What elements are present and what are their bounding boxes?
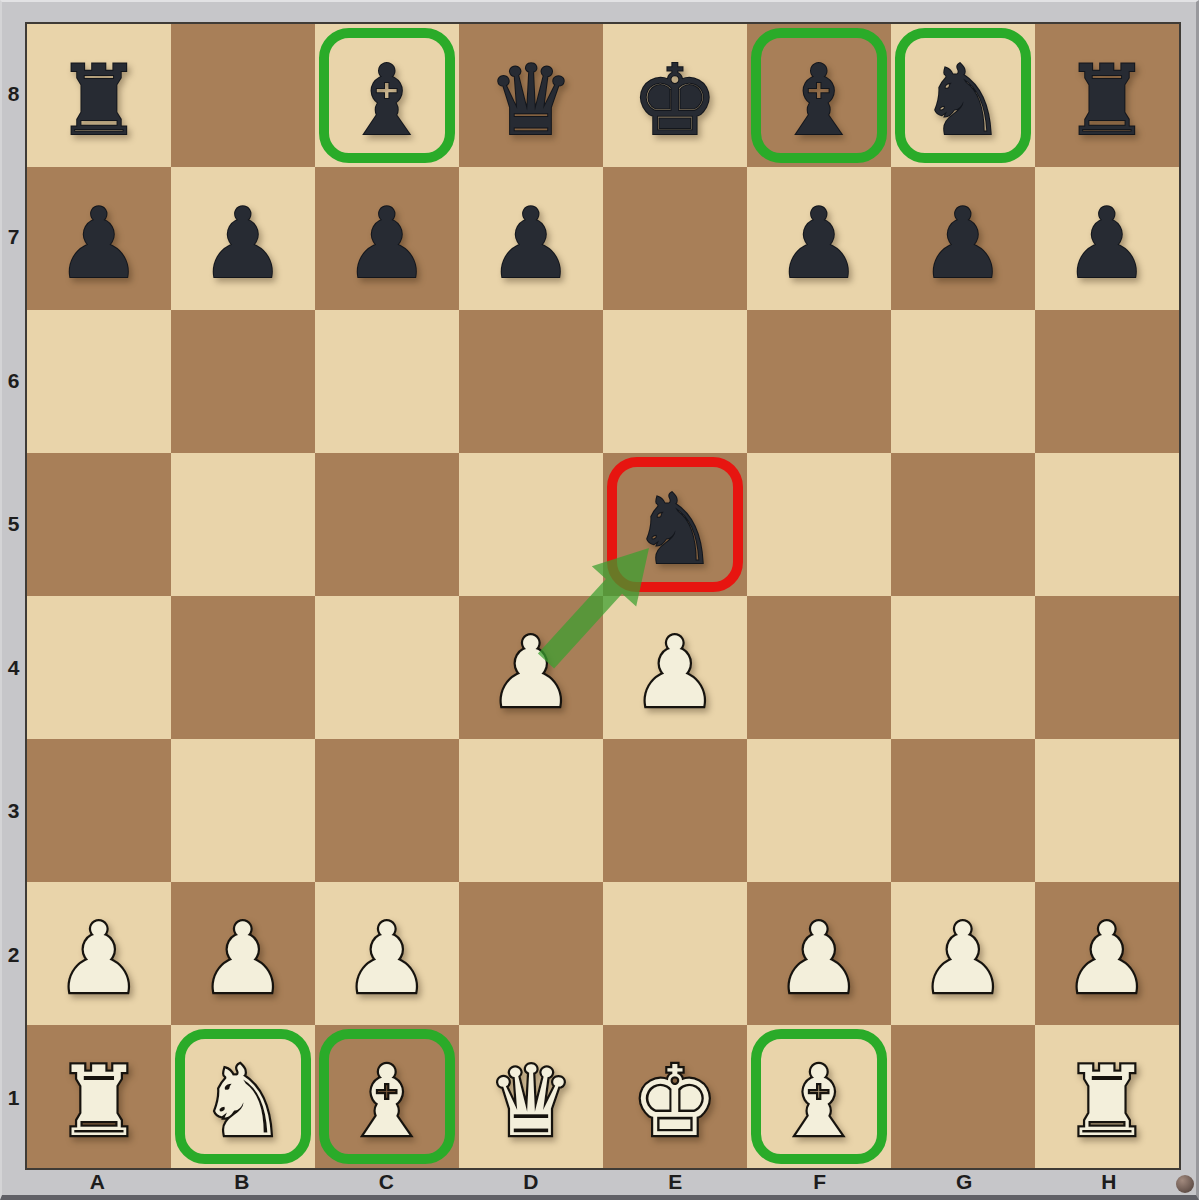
svg-text:♜: ♜ [56,1045,143,1158]
square-f5[interactable] [747,453,891,596]
black-pawn[interactable]: ♟ [1035,167,1179,310]
square-e8[interactable]: ♚ [603,24,747,167]
square-f6[interactable] [747,310,891,453]
black-pawn[interactable]: ♟ [891,167,1035,310]
white-pawn[interactable]: ♟ [459,596,603,739]
square-c4[interactable] [315,596,459,739]
square-f3[interactable] [747,739,891,882]
square-a5[interactable] [27,453,171,596]
square-h1[interactable]: ♜ [1035,1025,1179,1168]
square-d7[interactable]: ♟ [459,167,603,310]
square-h4[interactable] [1035,596,1179,739]
chess-board[interactable]: ♜♝♛♚♝♞♜♟♟♟♟♟♟♟♞♟♟♟♟♟♟♟♟♜♞♝♛♚♝♜ [25,22,1181,1170]
square-g8[interactable]: ♞ [891,24,1035,167]
svg-text:♟: ♟ [1064,902,1151,1015]
black-king[interactable]: ♚ [603,24,747,167]
svg-text:♟: ♟ [344,187,431,300]
square-h2[interactable]: ♟ [1035,882,1179,1025]
square-c7[interactable]: ♟ [315,167,459,310]
file-label-c: C [314,1168,459,1196]
svg-text:♜: ♜ [1064,1045,1151,1158]
svg-text:♟: ♟ [200,902,287,1015]
square-a2[interactable]: ♟ [27,882,171,1025]
square-e3[interactable] [603,739,747,882]
square-a3[interactable] [27,739,171,882]
black-pawn[interactable]: ♟ [27,167,171,310]
file-labels: ABCDEFGH [25,1168,1181,1196]
svg-text:♛: ♛ [488,1045,575,1158]
svg-text:♝: ♝ [344,1045,431,1158]
white-bishop[interactable]: ♝ [747,1025,891,1168]
black-bishop[interactable]: ♝ [315,24,459,167]
square-d2[interactable] [459,882,603,1025]
square-c1[interactable]: ♝ [315,1025,459,1168]
square-b2[interactable]: ♟ [171,882,315,1025]
square-d3[interactable] [459,739,603,882]
white-bishop[interactable]: ♝ [315,1025,459,1168]
square-g2[interactable]: ♟ [891,882,1035,1025]
white-pawn[interactable]: ♟ [603,596,747,739]
svg-text:♟: ♟ [920,902,1007,1015]
square-f7[interactable]: ♟ [747,167,891,310]
square-h8[interactable]: ♜ [1035,24,1179,167]
square-d6[interactable] [459,310,603,453]
square-g5[interactable] [891,453,1035,596]
square-b8[interactable] [171,24,315,167]
file-label-g: G [892,1168,1037,1196]
square-c2[interactable]: ♟ [315,882,459,1025]
rank-label-8: 8 [2,22,25,166]
svg-text:♞: ♞ [632,473,719,586]
black-bishop[interactable]: ♝ [747,24,891,167]
svg-text:♚: ♚ [632,1045,719,1158]
rank-label-5: 5 [2,453,25,597]
square-b4[interactable] [171,596,315,739]
square-c8[interactable]: ♝ [315,24,459,167]
square-b5[interactable] [171,453,315,596]
rank-label-2: 2 [2,883,25,1027]
svg-text:♟: ♟ [632,616,719,729]
square-f8[interactable]: ♝ [747,24,891,167]
white-pawn[interactable]: ♟ [891,882,1035,1025]
svg-text:♟: ♟ [776,902,863,1015]
square-d5[interactable] [459,453,603,596]
svg-text:♜: ♜ [56,44,143,157]
square-g4[interactable] [891,596,1035,739]
square-g6[interactable] [891,310,1035,453]
black-pawn[interactable]: ♟ [747,167,891,310]
square-h7[interactable]: ♟ [1035,167,1179,310]
square-a1[interactable]: ♜ [27,1025,171,1168]
square-c6[interactable] [315,310,459,453]
white-knight[interactable]: ♞ [171,1025,315,1168]
square-e4[interactable]: ♟ [603,596,747,739]
svg-text:♟: ♟ [344,902,431,1015]
square-h5[interactable] [1035,453,1179,596]
square-d4[interactable]: ♟ [459,596,603,739]
square-e7[interactable] [603,167,747,310]
square-d1[interactable]: ♛ [459,1025,603,1168]
corner-ball-icon [1176,1175,1194,1193]
svg-text:♚: ♚ [632,44,719,157]
square-e2[interactable] [603,882,747,1025]
square-g3[interactable] [891,739,1035,882]
board-frame: 87654321 ♜♝♛♚♝♞♜♟♟♟♟♟♟♟♞♟♟♟♟♟♟♟♟♜♞♝♛♚♝♜ … [0,0,1199,1200]
square-b3[interactable] [171,739,315,882]
white-rook[interactable]: ♜ [1035,1025,1179,1168]
svg-text:♟: ♟ [488,616,575,729]
rank-label-7: 7 [2,166,25,310]
svg-text:♞: ♞ [200,1045,287,1158]
square-h6[interactable] [1035,310,1179,453]
white-pawn[interactable]: ♟ [315,882,459,1025]
square-a7[interactable]: ♟ [27,167,171,310]
white-pawn[interactable]: ♟ [171,882,315,1025]
black-rook[interactable]: ♜ [1035,24,1179,167]
svg-text:♟: ♟ [56,902,143,1015]
svg-text:♟: ♟ [1064,187,1151,300]
rank-label-1: 1 [2,1027,25,1171]
rank-labels: 87654321 [2,22,25,1170]
black-rook[interactable]: ♜ [27,24,171,167]
square-f1[interactable]: ♝ [747,1025,891,1168]
square-c5[interactable] [315,453,459,596]
svg-text:♜: ♜ [1064,44,1151,157]
file-label-b: B [170,1168,315,1196]
square-e6[interactable] [603,310,747,453]
white-pawn[interactable]: ♟ [27,882,171,1025]
white-king[interactable]: ♚ [603,1025,747,1168]
square-g7[interactable]: ♟ [891,167,1035,310]
rank-label-6: 6 [2,309,25,453]
square-f2[interactable]: ♟ [747,882,891,1025]
black-pawn[interactable]: ♟ [459,167,603,310]
square-e1[interactable]: ♚ [603,1025,747,1168]
square-g1[interactable] [891,1025,1035,1168]
square-b7[interactable]: ♟ [171,167,315,310]
square-a8[interactable]: ♜ [27,24,171,167]
white-pawn[interactable]: ♟ [1035,882,1179,1025]
svg-text:♞: ♞ [920,44,1007,157]
svg-text:♟: ♟ [488,187,575,300]
file-label-e: E [603,1168,748,1196]
black-knight[interactable]: ♞ [603,453,747,596]
square-b6[interactable] [171,310,315,453]
file-label-d: D [459,1168,604,1196]
svg-text:♟: ♟ [920,187,1007,300]
white-pawn[interactable]: ♟ [747,882,891,1025]
black-pawn[interactable]: ♟ [171,167,315,310]
black-pawn[interactable]: ♟ [315,167,459,310]
square-a6[interactable] [27,310,171,453]
svg-text:♛: ♛ [488,44,575,157]
rank-label-3: 3 [2,740,25,884]
svg-text:♟: ♟ [56,187,143,300]
file-label-a: A [25,1168,170,1196]
square-d8[interactable]: ♛ [459,24,603,167]
square-f4[interactable] [747,596,891,739]
white-queen[interactable]: ♛ [459,1025,603,1168]
svg-text:♝: ♝ [776,1045,863,1158]
svg-text:♝: ♝ [344,44,431,157]
square-b1[interactable]: ♞ [171,1025,315,1168]
square-e5[interactable]: ♞ [603,453,747,596]
svg-text:♟: ♟ [200,187,287,300]
svg-text:♝: ♝ [776,44,863,157]
black-knight[interactable]: ♞ [891,24,1035,167]
file-label-h: H [1037,1168,1182,1196]
square-c3[interactable] [315,739,459,882]
square-h3[interactable] [1035,739,1179,882]
white-rook[interactable]: ♜ [27,1025,171,1168]
black-queen[interactable]: ♛ [459,24,603,167]
rank-label-4: 4 [2,596,25,740]
square-a4[interactable] [27,596,171,739]
file-label-f: F [748,1168,893,1196]
svg-text:♟: ♟ [776,187,863,300]
